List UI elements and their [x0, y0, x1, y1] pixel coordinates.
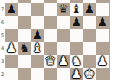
square-f3[interactable]: ♞	[70, 55, 83, 68]
chess-board: ♜♜♚♟♛♝♟♟♟♟♟♞♝♛♟♞♟♟♚	[5, 0, 109, 80]
chess-diagram: ♜♜♚♟♛♝♟♟♟♟♟♞♝♛♟♞♟♟♚ 765432	[0, 0, 120, 80]
square-g4[interactable]	[83, 42, 96, 55]
square-g5[interactable]	[83, 29, 96, 42]
square-g2[interactable]: ♚	[83, 68, 96, 80]
black-bishop-icon: ♝	[70, 3, 83, 16]
square-b2[interactable]	[18, 68, 31, 80]
square-f5[interactable]	[70, 29, 83, 42]
square-c4[interactable]: ♝	[31, 42, 44, 55]
square-f4[interactable]	[70, 42, 83, 55]
square-a5[interactable]	[5, 29, 18, 42]
white-queen-icon: ♛	[44, 55, 57, 68]
black-pawn-icon: ♟	[5, 3, 18, 16]
square-e2[interactable]	[57, 68, 70, 80]
white-pawn-icon: ♟	[96, 55, 109, 68]
square-g3[interactable]	[83, 55, 96, 68]
black-queen-icon: ♛	[57, 3, 70, 16]
square-c2[interactable]	[31, 68, 44, 80]
square-d7[interactable]	[44, 3, 57, 16]
square-e7[interactable]: ♛	[57, 3, 70, 16]
white-pawn-icon: ♟	[70, 68, 83, 80]
square-d3[interactable]: ♛	[44, 55, 57, 68]
square-a7[interactable]: ♟	[5, 3, 18, 16]
square-b5[interactable]	[18, 29, 31, 42]
square-h4[interactable]	[96, 42, 109, 55]
square-f7[interactable]: ♝	[70, 3, 83, 16]
white-knight-icon: ♞	[70, 55, 83, 68]
square-d6[interactable]	[44, 16, 57, 29]
square-c3[interactable]	[31, 55, 44, 68]
rank-label-2: 2	[0, 71, 5, 78]
square-b7[interactable]	[18, 3, 31, 16]
square-d4[interactable]	[44, 42, 57, 55]
white-pawn-icon: ♟	[5, 42, 18, 55]
square-c6[interactable]	[31, 16, 44, 29]
white-pawn-icon: ♟	[57, 55, 70, 68]
square-h7[interactable]	[96, 3, 109, 16]
square-e4[interactable]	[57, 42, 70, 55]
black-pawn-icon: ♟	[83, 3, 96, 16]
rank-label-7: 7	[0, 6, 5, 13]
square-a6[interactable]	[5, 16, 18, 29]
square-a2[interactable]	[5, 68, 18, 80]
square-c7[interactable]	[31, 3, 44, 16]
square-h2[interactable]	[96, 68, 109, 80]
square-e3[interactable]: ♟	[57, 55, 70, 68]
white-king-icon: ♚	[83, 68, 96, 80]
rank-label-6: 6	[0, 19, 5, 26]
square-c5[interactable]: ♟	[31, 29, 44, 42]
square-d5[interactable]	[44, 29, 57, 42]
square-h3[interactable]: ♟	[96, 55, 109, 68]
square-e6[interactable]	[57, 16, 70, 29]
black-knight-icon: ♞	[18, 42, 31, 55]
rank-label-5: 5	[0, 32, 5, 39]
square-a4[interactable]: ♟	[5, 42, 18, 55]
square-g6[interactable]	[83, 16, 96, 29]
square-f6[interactable]: ♟	[70, 16, 83, 29]
board-border-line	[109, 0, 110, 80]
square-a3[interactable]	[5, 55, 18, 68]
white-bishop-icon: ♝	[31, 42, 44, 55]
square-g7[interactable]: ♟	[83, 3, 96, 16]
square-b6[interactable]	[18, 16, 31, 29]
square-d2[interactable]	[44, 68, 57, 80]
black-pawn-icon: ♟	[96, 16, 109, 29]
square-h6[interactable]: ♟	[96, 16, 109, 29]
square-b4[interactable]: ♞	[18, 42, 31, 55]
rank-label-4: 4	[0, 45, 5, 52]
black-pawn-icon: ♟	[31, 29, 44, 42]
square-h5[interactable]	[96, 29, 109, 42]
black-pawn-icon: ♟	[70, 16, 83, 29]
square-f2[interactable]: ♟	[70, 68, 83, 80]
square-b3[interactable]	[18, 55, 31, 68]
rank-label-3: 3	[0, 58, 5, 65]
square-e5[interactable]	[57, 29, 70, 42]
